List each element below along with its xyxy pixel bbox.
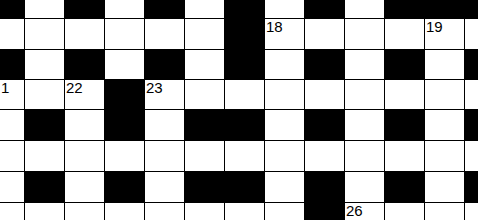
cell-r4c3 (105, 110, 144, 140)
cell-r5c4[interactable] (145, 141, 184, 171)
cell-r5c0[interactable] (0, 141, 24, 171)
cell-r1c6 (225, 19, 264, 49)
cell-r7c1[interactable] (25, 203, 64, 220)
cell-r5c3[interactable] (105, 141, 144, 171)
cell-r1c4[interactable] (145, 19, 184, 49)
cell-r5c2[interactable] (65, 141, 104, 171)
cell-r6c9[interactable] (345, 172, 384, 202)
clue-number-22: 22 (66, 80, 83, 95)
cell-r6c1 (25, 172, 64, 202)
cell-r1c12[interactable] (465, 19, 478, 49)
cell-r7c11[interactable] (425, 203, 464, 220)
cell-r4c0[interactable] (0, 110, 24, 140)
cell-r2c0 (0, 50, 24, 79)
cell-r7c9[interactable]: 26 (345, 203, 384, 220)
cell-r2c5[interactable] (185, 50, 224, 79)
cell-r3c7[interactable] (265, 80, 304, 109)
cell-r3c0[interactable]: 1 (0, 80, 24, 109)
cell-r7c7[interactable] (265, 203, 304, 220)
cell-r3c12[interactable] (465, 80, 478, 109)
cell-r4c10 (385, 110, 424, 140)
cell-r5c8[interactable] (305, 141, 344, 171)
cell-r3c11[interactable] (425, 80, 464, 109)
cell-r5c5[interactable] (185, 141, 224, 171)
cell-r5c12[interactable] (465, 141, 478, 171)
cell-r4c8 (305, 110, 344, 140)
crossword-grid: 18191222326 (0, 0, 478, 220)
cell-r0c10 (385, 0, 424, 18)
cell-r4c1 (25, 110, 64, 140)
clue-number-18: 18 (266, 19, 283, 34)
cell-r2c4 (145, 50, 184, 79)
cell-r7c0[interactable] (0, 203, 24, 220)
cell-r3c9[interactable] (345, 80, 384, 109)
cell-r3c4[interactable]: 23 (145, 80, 184, 109)
cell-r4c7[interactable] (265, 110, 304, 140)
cell-r2c8 (305, 50, 344, 79)
cell-r3c10[interactable] (385, 80, 424, 109)
cell-r1c8[interactable] (305, 19, 344, 49)
clue-number-23: 23 (146, 80, 163, 95)
cell-r0c6 (225, 0, 264, 18)
cell-r4c9[interactable] (345, 110, 384, 140)
cell-r2c11[interactable] (425, 50, 464, 79)
cell-r1c1[interactable] (25, 19, 64, 49)
cell-r0c3[interactable] (105, 0, 144, 18)
cell-r2c1[interactable] (25, 50, 64, 79)
cell-r2c7[interactable] (265, 50, 304, 79)
cell-r5c9[interactable] (345, 141, 384, 171)
cell-r6c5 (185, 172, 224, 202)
cell-r7c12[interactable] (465, 203, 478, 220)
cell-r3c6[interactable] (225, 80, 264, 109)
cell-r5c7[interactable] (265, 141, 304, 171)
cell-r6c10 (385, 172, 424, 202)
cell-r1c5[interactable] (185, 19, 224, 49)
cell-r1c11[interactable]: 19 (425, 19, 464, 49)
cell-r0c4 (145, 0, 184, 18)
cell-r0c7[interactable] (265, 0, 304, 18)
cell-r0c5[interactable] (185, 0, 224, 18)
cell-r0c12 (465, 0, 478, 18)
cell-r5c11[interactable] (425, 141, 464, 171)
cell-r7c2[interactable] (65, 203, 104, 220)
cell-r1c3[interactable] (105, 19, 144, 49)
cell-r7c10[interactable] (385, 203, 424, 220)
cell-r4c2[interactable] (65, 110, 104, 140)
cell-r1c7[interactable]: 18 (265, 19, 304, 49)
cell-r6c12 (465, 172, 478, 202)
cell-r7c3[interactable] (105, 203, 144, 220)
cell-r6c7[interactable] (265, 172, 304, 202)
cell-r0c2 (65, 0, 104, 18)
cell-r0c0 (0, 0, 24, 18)
cell-r6c2[interactable] (65, 172, 104, 202)
cell-r6c6 (225, 172, 264, 202)
cell-r4c4[interactable] (145, 110, 184, 140)
cell-r3c1[interactable] (25, 80, 64, 109)
cell-r2c6 (225, 50, 264, 79)
clue-number-19: 19 (426, 19, 443, 34)
cell-r4c12 (465, 110, 478, 140)
cell-r0c9[interactable] (345, 0, 384, 18)
cell-r5c6[interactable] (225, 141, 264, 171)
cell-r2c10 (385, 50, 424, 79)
cell-r7c6[interactable] (225, 203, 264, 220)
cell-r1c10[interactable] (385, 19, 424, 49)
cell-r6c4[interactable] (145, 172, 184, 202)
clue-number-26: 26 (346, 203, 363, 218)
cell-r6c3 (105, 172, 144, 202)
cell-r7c4[interactable] (145, 203, 184, 220)
cell-r3c5[interactable] (185, 80, 224, 109)
cell-r3c3 (105, 80, 144, 109)
cell-r1c9[interactable] (345, 19, 384, 49)
cell-r4c11[interactable] (425, 110, 464, 140)
cell-r6c11[interactable] (425, 172, 464, 202)
cell-r3c2[interactable]: 22 (65, 80, 104, 109)
cell-r1c2[interactable] (65, 19, 104, 49)
cell-r2c12 (465, 50, 478, 79)
cell-r0c11 (425, 0, 464, 18)
cell-r0c1[interactable] (25, 0, 64, 18)
cell-r7c5[interactable] (185, 203, 224, 220)
cell-r5c10[interactable] (385, 141, 424, 171)
cell-r6c0[interactable] (0, 172, 24, 202)
cell-r2c3[interactable] (105, 50, 144, 79)
cell-r4c5 (185, 110, 224, 140)
cell-r1c0[interactable] (0, 19, 24, 49)
cell-r2c2 (65, 50, 104, 79)
cell-r4c6 (225, 110, 264, 140)
cell-r0c8 (305, 0, 344, 18)
cell-r5c1[interactable] (25, 141, 64, 171)
cell-r3c8[interactable] (305, 80, 344, 109)
clue-number-1: 1 (1, 80, 9, 95)
cell-r2c9[interactable] (345, 50, 384, 79)
cell-r7c8 (305, 203, 344, 220)
cell-r6c8 (305, 172, 344, 202)
